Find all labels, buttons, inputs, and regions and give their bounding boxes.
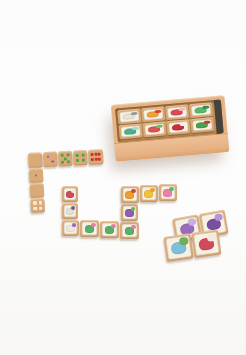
- domino-half-cake-slice[interactable]: [191, 229, 221, 258]
- domino-half-shirt[interactable]: [62, 203, 78, 219]
- domino-half-dog[interactable]: [62, 220, 79, 236]
- domino-half-fox[interactable]: [121, 186, 139, 203]
- scene: [0, 0, 246, 355]
- domino-half-duck[interactable]: [140, 185, 158, 202]
- domino-half-grapes[interactable]: [121, 204, 138, 221]
- domino-half-watering-can[interactable]: [80, 220, 99, 237]
- domino-half-flower[interactable]: [159, 184, 177, 201]
- domino-half-cake[interactable]: [62, 186, 78, 202]
- domino-half-pond[interactable]: [164, 233, 194, 262]
- domino-half-watering-can[interactable]: [100, 221, 119, 238]
- picture-chain: [0, 0, 246, 355]
- domino-half-watering-can[interactable]: [120, 222, 139, 239]
